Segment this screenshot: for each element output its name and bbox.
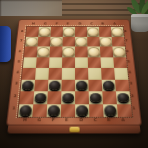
piece-dark[interactable] bbox=[19, 105, 32, 115]
square-c4[interactable] bbox=[88, 68, 102, 79]
square-c7[interactable] bbox=[87, 36, 100, 46]
square-g8[interactable] bbox=[38, 27, 51, 37]
board-frame: HGFEDCBA HGFEDCBA 87654321 87654321 bbox=[6, 19, 142, 125]
square-c6[interactable] bbox=[87, 46, 100, 56]
coord-label: D bbox=[78, 22, 81, 25]
coord-label: H bbox=[23, 118, 27, 122]
coord-label: H bbox=[32, 22, 35, 25]
square-a2[interactable] bbox=[116, 91, 131, 104]
coord-label: 1 bbox=[132, 106, 135, 110]
square-c8[interactable] bbox=[87, 27, 99, 37]
piece-light[interactable] bbox=[112, 47, 125, 57]
square-b3[interactable] bbox=[102, 79, 116, 91]
piece-light[interactable] bbox=[62, 47, 75, 57]
square-b4[interactable] bbox=[101, 68, 115, 79]
coord-label: 5 bbox=[127, 60, 130, 63]
square-c1[interactable] bbox=[89, 104, 104, 117]
piece-dark[interactable] bbox=[104, 105, 117, 115]
coord-label: A bbox=[121, 118, 125, 122]
coord-label: G bbox=[37, 118, 41, 122]
square-a7[interactable] bbox=[112, 36, 125, 46]
coord-label: 4 bbox=[129, 71, 132, 74]
piece-light[interactable] bbox=[37, 47, 50, 57]
square-c5[interactable] bbox=[88, 57, 101, 68]
piece-light[interactable] bbox=[99, 37, 112, 46]
photo-scene: HGFEDCBA HGFEDCBA 87654321 87654321 bbox=[0, 0, 148, 148]
square-c2[interactable] bbox=[89, 91, 103, 104]
square-g1[interactable] bbox=[32, 104, 47, 117]
coord-label: 4 bbox=[16, 71, 19, 74]
square-a1[interactable] bbox=[117, 104, 132, 117]
square-b7[interactable] bbox=[99, 36, 112, 46]
coord-label: E bbox=[67, 22, 69, 25]
piece-light[interactable] bbox=[38, 27, 51, 36]
square-h4[interactable] bbox=[22, 68, 36, 79]
square-f6[interactable] bbox=[49, 46, 62, 56]
coord-label: C bbox=[90, 22, 93, 25]
square-d7[interactable] bbox=[75, 36, 87, 46]
coord-label: 6 bbox=[19, 50, 22, 53]
coord-label: 7 bbox=[20, 40, 23, 43]
coord-label: B bbox=[102, 22, 105, 25]
square-h1[interactable] bbox=[18, 104, 33, 117]
piece-dark[interactable] bbox=[49, 81, 61, 90]
square-d2[interactable] bbox=[75, 91, 89, 104]
square-d5[interactable] bbox=[75, 57, 88, 68]
coords-top: HGFEDCBA bbox=[27, 22, 121, 26]
coord-label: D bbox=[79, 118, 83, 122]
piece-light[interactable] bbox=[87, 27, 99, 36]
square-e6[interactable] bbox=[62, 46, 75, 56]
piece-light[interactable] bbox=[75, 37, 87, 46]
square-e4[interactable] bbox=[62, 68, 75, 79]
piece-light[interactable] bbox=[87, 47, 100, 57]
coord-label: B bbox=[107, 118, 110, 122]
square-g4[interactable] bbox=[35, 68, 49, 79]
piece-light[interactable] bbox=[50, 37, 63, 46]
square-d8[interactable] bbox=[75, 27, 87, 37]
square-b5[interactable] bbox=[100, 57, 114, 68]
square-b1[interactable] bbox=[103, 104, 118, 117]
coord-label: E bbox=[65, 118, 68, 122]
piece-dark[interactable] bbox=[76, 105, 88, 115]
square-g3[interactable] bbox=[34, 79, 48, 91]
coord-label: A bbox=[113, 22, 116, 25]
square-a8[interactable] bbox=[111, 27, 124, 37]
coord-label: G bbox=[44, 22, 47, 25]
square-b6[interactable] bbox=[100, 46, 113, 56]
square-h8[interactable] bbox=[26, 27, 39, 37]
square-e3[interactable] bbox=[61, 79, 75, 91]
square-f7[interactable] bbox=[50, 36, 63, 46]
square-e1[interactable] bbox=[61, 104, 75, 117]
coord-label: 8 bbox=[124, 30, 127, 33]
piece-dark[interactable] bbox=[90, 93, 102, 103]
coords-bottom: HGFEDCBA bbox=[17, 116, 130, 123]
blue-object bbox=[0, 26, 11, 62]
square-e8[interactable] bbox=[63, 27, 75, 37]
coord-label: 1 bbox=[12, 106, 15, 110]
piece-light[interactable] bbox=[111, 27, 124, 36]
square-d3[interactable] bbox=[75, 79, 89, 91]
square-f2[interactable] bbox=[47, 91, 61, 104]
square-e7[interactable] bbox=[62, 36, 74, 46]
coord-label: 7 bbox=[125, 40, 128, 43]
square-e2[interactable] bbox=[61, 91, 75, 104]
square-h5[interactable] bbox=[23, 57, 37, 68]
coord-label: 2 bbox=[14, 94, 17, 98]
square-h6[interactable] bbox=[24, 46, 38, 56]
coord-label: 8 bbox=[21, 30, 24, 33]
coord-label: F bbox=[56, 22, 58, 25]
coord-label: 3 bbox=[15, 82, 18, 86]
board-grid bbox=[18, 27, 132, 117]
piece-dark[interactable] bbox=[103, 81, 115, 90]
square-d4[interactable] bbox=[75, 68, 88, 79]
square-a3[interactable] bbox=[115, 79, 130, 91]
square-f1[interactable] bbox=[47, 104, 62, 117]
piece-dark[interactable] bbox=[34, 93, 46, 103]
coord-label: 3 bbox=[130, 82, 133, 86]
square-h2[interactable] bbox=[19, 91, 34, 104]
square-d6[interactable] bbox=[75, 46, 88, 56]
square-f8[interactable] bbox=[50, 27, 62, 37]
piece-dark[interactable] bbox=[48, 105, 60, 115]
square-f4[interactable] bbox=[48, 68, 62, 79]
square-h3[interactable] bbox=[21, 79, 36, 91]
box-clasp bbox=[69, 127, 79, 133]
square-b2[interactable] bbox=[102, 91, 117, 104]
square-g2[interactable] bbox=[33, 91, 48, 104]
square-a6[interactable] bbox=[112, 46, 126, 56]
square-b8[interactable] bbox=[99, 27, 112, 37]
square-f5[interactable] bbox=[49, 57, 62, 68]
square-d1[interactable] bbox=[75, 104, 89, 117]
coord-label: 6 bbox=[126, 50, 129, 53]
square-a5[interactable] bbox=[113, 57, 127, 68]
piece-dark[interactable] bbox=[76, 81, 88, 90]
square-g5[interactable] bbox=[36, 57, 50, 68]
square-a4[interactable] bbox=[114, 68, 128, 79]
piece-dark[interactable] bbox=[62, 93, 74, 103]
plant-pot bbox=[131, 14, 148, 32]
square-f3[interactable] bbox=[48, 79, 62, 91]
piece-dark[interactable] bbox=[117, 93, 130, 103]
square-h7[interactable] bbox=[25, 36, 38, 46]
coord-label: C bbox=[93, 118, 96, 122]
piece-light[interactable] bbox=[25, 37, 38, 46]
piece-light[interactable] bbox=[63, 27, 75, 36]
square-c3[interactable] bbox=[88, 79, 102, 91]
piece-dark[interactable] bbox=[22, 81, 34, 90]
square-e5[interactable] bbox=[62, 57, 75, 68]
coord-label: 5 bbox=[18, 60, 21, 63]
coord-label: F bbox=[52, 118, 55, 122]
square-g6[interactable] bbox=[37, 46, 50, 56]
coord-label: 2 bbox=[131, 94, 134, 98]
chess-box: HGFEDCBA HGFEDCBA 87654321 87654321 bbox=[6, 19, 142, 125]
square-g7[interactable] bbox=[38, 36, 51, 46]
